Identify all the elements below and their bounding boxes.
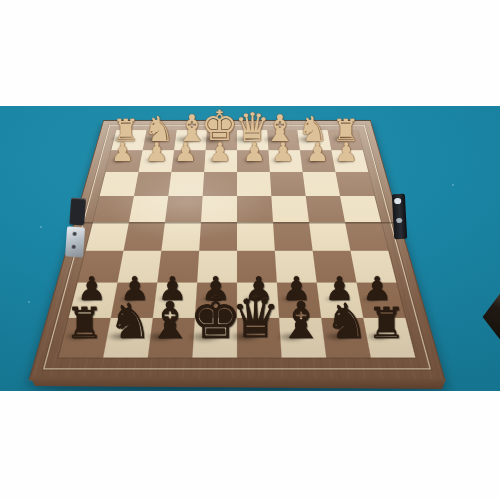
hinge-left-icon [64,197,89,259]
hinge-right-icon [392,194,407,240]
hinge-screw [72,232,76,236]
glare-highlight [30,121,444,379]
hinge-slot [69,198,86,226]
dust-speck [452,184,454,186]
hinge-plate [65,226,85,257]
product-photo: ♜♞♝♚♛♝♞♜♟♟♟♟♟♟♟♟♟♟♟♟♟♟♟♟♜♞♝♚♛♝♞♜ [0,0,500,500]
dust-speck [40,226,42,228]
hinge-glint [394,198,401,204]
hinge-screw [72,245,76,249]
hinge-glint [396,218,402,223]
letterbox-bottom [0,391,500,500]
letterbox-top [0,0,500,106]
dust-speck [28,301,30,303]
